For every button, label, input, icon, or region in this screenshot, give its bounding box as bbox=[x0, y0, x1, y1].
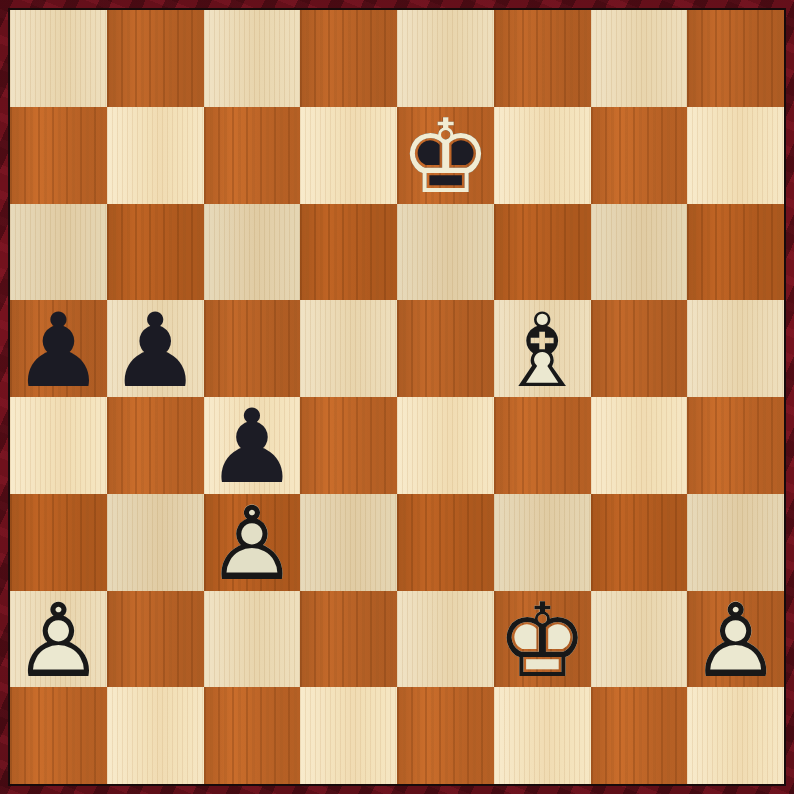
square-a3[interactable] bbox=[10, 494, 107, 591]
piece-fill-glyph: ♟ bbox=[204, 399, 301, 494]
square-g5[interactable] bbox=[591, 300, 688, 397]
square-c4[interactable]: ♟ bbox=[204, 397, 301, 494]
square-d4[interactable] bbox=[300, 397, 397, 494]
square-d5[interactable] bbox=[300, 300, 397, 397]
square-h2[interactable]: ♟♙ bbox=[687, 591, 784, 688]
square-g6[interactable] bbox=[591, 204, 688, 301]
square-e8[interactable] bbox=[397, 10, 494, 107]
square-g2[interactable] bbox=[591, 591, 688, 688]
black-king[interactable]: ♚♔ bbox=[397, 107, 494, 204]
square-b8[interactable] bbox=[107, 10, 204, 107]
square-b4[interactable] bbox=[107, 397, 204, 494]
square-h6[interactable] bbox=[687, 204, 784, 301]
black-pawn[interactable]: ♟ bbox=[204, 397, 301, 494]
square-c2[interactable] bbox=[204, 591, 301, 688]
square-h8[interactable] bbox=[687, 10, 784, 107]
square-c7[interactable] bbox=[204, 107, 301, 204]
square-a4[interactable] bbox=[10, 397, 107, 494]
square-a1[interactable] bbox=[10, 687, 107, 784]
square-c6[interactable] bbox=[204, 204, 301, 301]
square-d1[interactable] bbox=[300, 687, 397, 784]
square-e1[interactable] bbox=[397, 687, 494, 784]
piece-outline-glyph: ♙ bbox=[687, 593, 784, 688]
black-pawn[interactable]: ♟ bbox=[107, 300, 204, 397]
square-b5[interactable]: ♟ bbox=[107, 300, 204, 397]
piece-outline-glyph: ♙ bbox=[204, 496, 301, 591]
square-f2[interactable]: ♚♔ bbox=[494, 591, 591, 688]
square-d6[interactable] bbox=[300, 204, 397, 301]
square-e6[interactable] bbox=[397, 204, 494, 301]
black-pawn[interactable]: ♟ bbox=[10, 300, 107, 397]
square-f3[interactable] bbox=[494, 494, 591, 591]
square-d8[interactable] bbox=[300, 10, 397, 107]
square-e2[interactable] bbox=[397, 591, 494, 688]
square-g3[interactable] bbox=[591, 494, 688, 591]
square-c3[interactable]: ♟♙ bbox=[204, 494, 301, 591]
square-e3[interactable] bbox=[397, 494, 494, 591]
square-g8[interactable] bbox=[591, 10, 688, 107]
square-f8[interactable] bbox=[494, 10, 591, 107]
piece-outline-glyph: ♗ bbox=[494, 302, 591, 397]
piece-fill-glyph: ♟ bbox=[10, 302, 107, 397]
piece-fill-glyph: ♟ bbox=[107, 302, 204, 397]
white-pawn[interactable]: ♟♙ bbox=[687, 591, 784, 688]
white-pawn[interactable]: ♟♙ bbox=[10, 591, 107, 688]
white-king[interactable]: ♚♔ bbox=[494, 591, 591, 688]
square-h3[interactable] bbox=[687, 494, 784, 591]
square-a6[interactable] bbox=[10, 204, 107, 301]
square-h1[interactable] bbox=[687, 687, 784, 784]
square-f5[interactable]: ♝♗ bbox=[494, 300, 591, 397]
square-b7[interactable] bbox=[107, 107, 204, 204]
square-d2[interactable] bbox=[300, 591, 397, 688]
square-e4[interactable] bbox=[397, 397, 494, 494]
square-d7[interactable] bbox=[300, 107, 397, 204]
piece-outline-glyph: ♔ bbox=[397, 109, 494, 204]
square-f4[interactable] bbox=[494, 397, 591, 494]
square-f6[interactable] bbox=[494, 204, 591, 301]
square-f1[interactable] bbox=[494, 687, 591, 784]
square-b3[interactable] bbox=[107, 494, 204, 591]
square-b6[interactable] bbox=[107, 204, 204, 301]
square-a8[interactable] bbox=[10, 10, 107, 107]
square-c8[interactable] bbox=[204, 10, 301, 107]
chess-board: ♚♔♟♟♝♗♟♟♙♟♙♚♔♟♙ bbox=[8, 8, 786, 786]
square-b1[interactable] bbox=[107, 687, 204, 784]
square-c5[interactable] bbox=[204, 300, 301, 397]
square-f7[interactable] bbox=[494, 107, 591, 204]
square-a5[interactable]: ♟ bbox=[10, 300, 107, 397]
square-h4[interactable] bbox=[687, 397, 784, 494]
square-b2[interactable] bbox=[107, 591, 204, 688]
square-e7[interactable]: ♚♔ bbox=[397, 107, 494, 204]
piece-outline-glyph: ♙ bbox=[10, 593, 107, 688]
square-a7[interactable] bbox=[10, 107, 107, 204]
square-h5[interactable] bbox=[687, 300, 784, 397]
square-g4[interactable] bbox=[591, 397, 688, 494]
white-bishop[interactable]: ♝♗ bbox=[494, 300, 591, 397]
board-frame: ♚♔♟♟♝♗♟♟♙♟♙♚♔♟♙ bbox=[0, 0, 794, 794]
square-g1[interactable] bbox=[591, 687, 688, 784]
square-e5[interactable] bbox=[397, 300, 494, 397]
white-pawn[interactable]: ♟♙ bbox=[204, 494, 301, 591]
square-d3[interactable] bbox=[300, 494, 397, 591]
square-h7[interactable] bbox=[687, 107, 784, 204]
square-a2[interactable]: ♟♙ bbox=[10, 591, 107, 688]
square-c1[interactable] bbox=[204, 687, 301, 784]
piece-outline-glyph: ♔ bbox=[494, 593, 591, 688]
square-g7[interactable] bbox=[591, 107, 688, 204]
